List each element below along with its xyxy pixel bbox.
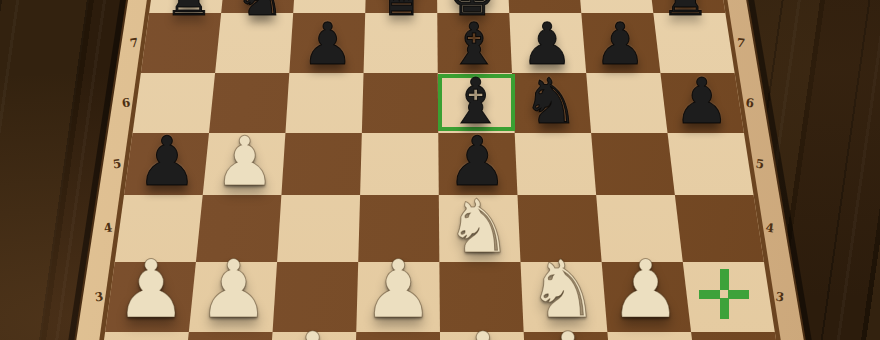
rank-label-right-4: 4	[761, 220, 779, 236]
rank-label-left-7: 7	[125, 35, 143, 51]
chess-app-screenshot: 7766554433♜♞♛♚♜♟♝♟♟♝♞♟♟♟♟♞♟♟♟♞♟♟♟♟	[0, 0, 880, 340]
rank-label-left-6: 6	[117, 95, 135, 111]
piece-black-pawn-h6[interactable]: ♟	[654, 70, 749, 133]
piece-black-pawn-g7[interactable]: ♟	[577, 15, 664, 73]
rank-label-right-5: 5	[751, 156, 769, 172]
piece-white-pawn-c2[interactable]: ♟	[250, 321, 376, 340]
rank-label-left-4: 4	[100, 220, 118, 236]
piece-black-pawn-c7[interactable]: ♟	[284, 15, 371, 73]
piece-white-pawn-d3[interactable]: ♟	[338, 250, 458, 330]
last-move-origin-marker	[728, 290, 749, 299]
rank-label-right-3: 3	[772, 289, 790, 305]
piece-white-pawn-b5[interactable]: ♟	[194, 128, 296, 196]
piece-black-knight-f6[interactable]: ♞	[504, 70, 599, 133]
last-move-origin-marker	[720, 269, 729, 290]
last-move-origin-marker	[720, 298, 729, 319]
rank-label-right-7: 7	[732, 35, 750, 51]
piece-white-pawn-f2[interactable]: ♟	[505, 321, 631, 340]
